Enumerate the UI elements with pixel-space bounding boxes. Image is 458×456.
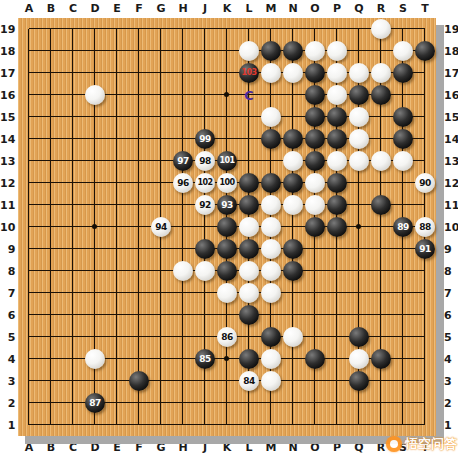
intersection-M8[interactable] — [260, 260, 282, 282]
intersection-K10[interactable] — [216, 216, 238, 238]
intersection-D11[interactable] — [84, 194, 106, 216]
intersection-H12[interactable]: 96 — [172, 172, 194, 194]
intersection-S15[interactable] — [392, 106, 414, 128]
intersection-Q14[interactable] — [348, 128, 370, 150]
intersection-F2[interactable] — [128, 392, 150, 414]
intersection-L13[interactable] — [238, 150, 260, 172]
intersection-C16[interactable] — [62, 84, 84, 106]
intersection-D10[interactable] — [84, 216, 106, 238]
intersection-Q10[interactable] — [348, 216, 370, 238]
intersection-C9[interactable] — [62, 238, 84, 260]
intersection-T12[interactable]: 90 — [414, 172, 436, 194]
intersection-D4[interactable] — [84, 348, 106, 370]
intersection-E19[interactable] — [106, 18, 128, 40]
intersection-F4[interactable] — [128, 348, 150, 370]
intersection-C3[interactable] — [62, 370, 84, 392]
intersection-T18[interactable] — [414, 40, 436, 62]
intersection-O5[interactable] — [304, 326, 326, 348]
intersection-A19[interactable] — [18, 18, 40, 40]
intersection-B10[interactable] — [40, 216, 62, 238]
intersection-B19[interactable] — [40, 18, 62, 40]
intersection-Q15[interactable] — [348, 106, 370, 128]
intersection-K18[interactable] — [216, 40, 238, 62]
intersection-S13[interactable] — [392, 150, 414, 172]
intersection-E7[interactable] — [106, 282, 128, 304]
intersection-H13[interactable]: 97 — [172, 150, 194, 172]
intersection-A9[interactable] — [18, 238, 40, 260]
intersection-P11[interactable] — [326, 194, 348, 216]
intersection-L17[interactable]: 103 — [238, 62, 260, 84]
intersection-T5[interactable] — [414, 326, 436, 348]
intersection-S14[interactable] — [392, 128, 414, 150]
intersection-C14[interactable] — [62, 128, 84, 150]
intersection-R19[interactable] — [370, 18, 392, 40]
intersection-T9[interactable]: 91 — [414, 238, 436, 260]
intersection-J17[interactable] — [194, 62, 216, 84]
intersection-L1[interactable] — [238, 414, 260, 436]
intersection-R18[interactable] — [370, 40, 392, 62]
intersection-E1[interactable] — [106, 414, 128, 436]
intersection-D8[interactable] — [84, 260, 106, 282]
intersection-N12[interactable] — [282, 172, 304, 194]
intersection-B17[interactable] — [40, 62, 62, 84]
intersection-E4[interactable] — [106, 348, 128, 370]
intersection-F15[interactable] — [128, 106, 150, 128]
intersection-C17[interactable] — [62, 62, 84, 84]
intersection-S4[interactable] — [392, 348, 414, 370]
intersection-P2[interactable] — [326, 392, 348, 414]
intersection-G6[interactable] — [150, 304, 172, 326]
intersection-B3[interactable] — [40, 370, 62, 392]
intersection-L7[interactable] — [238, 282, 260, 304]
intersection-S5[interactable] — [392, 326, 414, 348]
intersection-A18[interactable] — [18, 40, 40, 62]
intersection-A12[interactable] — [18, 172, 40, 194]
intersection-L6[interactable] — [238, 304, 260, 326]
intersection-Q17[interactable] — [348, 62, 370, 84]
intersection-R12[interactable] — [370, 172, 392, 194]
intersection-E15[interactable] — [106, 106, 128, 128]
intersection-J11[interactable]: 92 — [194, 194, 216, 216]
intersection-S11[interactable] — [392, 194, 414, 216]
intersection-N14[interactable] — [282, 128, 304, 150]
intersection-J16[interactable] — [194, 84, 216, 106]
intersection-A15[interactable] — [18, 106, 40, 128]
intersection-J6[interactable] — [194, 304, 216, 326]
intersection-D13[interactable] — [84, 150, 106, 172]
intersection-S2[interactable] — [392, 392, 414, 414]
intersection-H4[interactable] — [172, 348, 194, 370]
intersection-E11[interactable] — [106, 194, 128, 216]
intersection-B14[interactable] — [40, 128, 62, 150]
intersection-S17[interactable] — [392, 62, 414, 84]
intersection-B11[interactable] — [40, 194, 62, 216]
intersection-R14[interactable] — [370, 128, 392, 150]
intersection-D18[interactable] — [84, 40, 106, 62]
intersection-S1[interactable] — [392, 414, 414, 436]
intersection-S16[interactable] — [392, 84, 414, 106]
intersection-F8[interactable] — [128, 260, 150, 282]
intersection-B16[interactable] — [40, 84, 62, 106]
intersection-N11[interactable] — [282, 194, 304, 216]
intersection-G12[interactable] — [150, 172, 172, 194]
intersection-K8[interactable] — [216, 260, 238, 282]
intersection-R11[interactable] — [370, 194, 392, 216]
intersection-B15[interactable] — [40, 106, 62, 128]
intersection-D15[interactable] — [84, 106, 106, 128]
intersection-Q12[interactable] — [348, 172, 370, 194]
intersection-L18[interactable] — [238, 40, 260, 62]
intersection-E13[interactable] — [106, 150, 128, 172]
intersection-A10[interactable] — [18, 216, 40, 238]
intersection-K12[interactable]: 100 — [216, 172, 238, 194]
intersection-B12[interactable] — [40, 172, 62, 194]
intersection-G5[interactable] — [150, 326, 172, 348]
intersection-F7[interactable] — [128, 282, 150, 304]
intersection-M19[interactable] — [260, 18, 282, 40]
intersection-T17[interactable] — [414, 62, 436, 84]
intersection-M11[interactable] — [260, 194, 282, 216]
intersection-P10[interactable] — [326, 216, 348, 238]
intersection-O12[interactable] — [304, 172, 326, 194]
intersection-N3[interactable] — [282, 370, 304, 392]
intersection-J3[interactable] — [194, 370, 216, 392]
intersection-Q7[interactable] — [348, 282, 370, 304]
intersection-B18[interactable] — [40, 40, 62, 62]
intersection-G13[interactable] — [150, 150, 172, 172]
intersection-L15[interactable] — [238, 106, 260, 128]
intersection-O8[interactable] — [304, 260, 326, 282]
intersection-H10[interactable] — [172, 216, 194, 238]
intersection-O14[interactable] — [304, 128, 326, 150]
intersection-Q6[interactable] — [348, 304, 370, 326]
intersection-G7[interactable] — [150, 282, 172, 304]
intersection-T2[interactable] — [414, 392, 436, 414]
intersection-H17[interactable] — [172, 62, 194, 84]
intersection-O11[interactable] — [304, 194, 326, 216]
intersection-A2[interactable] — [18, 392, 40, 414]
intersection-O18[interactable] — [304, 40, 326, 62]
intersection-O3[interactable] — [304, 370, 326, 392]
intersection-Q2[interactable] — [348, 392, 370, 414]
intersection-B1[interactable] — [40, 414, 62, 436]
intersection-N10[interactable] — [282, 216, 304, 238]
intersection-T11[interactable] — [414, 194, 436, 216]
intersection-D1[interactable] — [84, 414, 106, 436]
intersection-H11[interactable] — [172, 194, 194, 216]
intersection-J12[interactable]: 102 — [194, 172, 216, 194]
intersection-G17[interactable] — [150, 62, 172, 84]
intersection-M10[interactable] — [260, 216, 282, 238]
intersection-Q19[interactable] — [348, 18, 370, 40]
intersection-N1[interactable] — [282, 414, 304, 436]
intersection-J2[interactable] — [194, 392, 216, 414]
intersection-O6[interactable] — [304, 304, 326, 326]
intersection-M15[interactable] — [260, 106, 282, 128]
intersection-A1[interactable] — [18, 414, 40, 436]
intersection-F13[interactable] — [128, 150, 150, 172]
intersection-M18[interactable] — [260, 40, 282, 62]
intersection-K16[interactable] — [216, 84, 238, 106]
intersection-C12[interactable] — [62, 172, 84, 194]
intersection-L10[interactable] — [238, 216, 260, 238]
intersection-A13[interactable] — [18, 150, 40, 172]
intersection-M7[interactable] — [260, 282, 282, 304]
intersection-M14[interactable] — [260, 128, 282, 150]
intersection-B4[interactable] — [40, 348, 62, 370]
intersection-M4[interactable] — [260, 348, 282, 370]
intersection-T7[interactable] — [414, 282, 436, 304]
intersection-C1[interactable] — [62, 414, 84, 436]
intersection-E16[interactable] — [106, 84, 128, 106]
intersection-T8[interactable] — [414, 260, 436, 282]
intersection-Q13[interactable] — [348, 150, 370, 172]
intersection-P14[interactable] — [326, 128, 348, 150]
intersection-A5[interactable] — [18, 326, 40, 348]
intersection-E6[interactable] — [106, 304, 128, 326]
intersection-Q8[interactable] — [348, 260, 370, 282]
intersection-K7[interactable] — [216, 282, 238, 304]
intersection-G10[interactable]: 94 — [150, 216, 172, 238]
intersection-H3[interactable] — [172, 370, 194, 392]
intersection-O7[interactable] — [304, 282, 326, 304]
intersection-G15[interactable] — [150, 106, 172, 128]
intersection-L16[interactable]: C — [238, 84, 260, 106]
intersection-L12[interactable] — [238, 172, 260, 194]
intersection-Q16[interactable] — [348, 84, 370, 106]
intersection-G19[interactable] — [150, 18, 172, 40]
intersection-C2[interactable] — [62, 392, 84, 414]
intersection-S10[interactable]: 89 — [392, 216, 414, 238]
intersection-D17[interactable] — [84, 62, 106, 84]
intersection-N4[interactable] — [282, 348, 304, 370]
intersection-T3[interactable] — [414, 370, 436, 392]
intersection-G8[interactable] — [150, 260, 172, 282]
intersection-P13[interactable] — [326, 150, 348, 172]
intersection-K2[interactable] — [216, 392, 238, 414]
intersection-C18[interactable] — [62, 40, 84, 62]
intersection-H8[interactable] — [172, 260, 194, 282]
intersection-D3[interactable] — [84, 370, 106, 392]
intersection-P19[interactable] — [326, 18, 348, 40]
intersection-T6[interactable] — [414, 304, 436, 326]
intersection-H6[interactable] — [172, 304, 194, 326]
intersection-P4[interactable] — [326, 348, 348, 370]
intersection-J8[interactable] — [194, 260, 216, 282]
intersection-C6[interactable] — [62, 304, 84, 326]
intersection-E5[interactable] — [106, 326, 128, 348]
intersection-A14[interactable] — [18, 128, 40, 150]
intersection-G4[interactable] — [150, 348, 172, 370]
intersection-D12[interactable] — [84, 172, 106, 194]
intersection-O1[interactable] — [304, 414, 326, 436]
intersection-K3[interactable] — [216, 370, 238, 392]
intersection-H16[interactable] — [172, 84, 194, 106]
intersection-A11[interactable] — [18, 194, 40, 216]
intersection-R16[interactable] — [370, 84, 392, 106]
intersection-F6[interactable] — [128, 304, 150, 326]
intersection-C4[interactable] — [62, 348, 84, 370]
intersection-P9[interactable] — [326, 238, 348, 260]
intersection-J18[interactable] — [194, 40, 216, 62]
intersection-O16[interactable] — [304, 84, 326, 106]
intersection-N2[interactable] — [282, 392, 304, 414]
intersection-Q18[interactable] — [348, 40, 370, 62]
intersection-N13[interactable] — [282, 150, 304, 172]
intersection-Q9[interactable] — [348, 238, 370, 260]
intersection-F9[interactable] — [128, 238, 150, 260]
intersection-O13[interactable] — [304, 150, 326, 172]
intersection-P6[interactable] — [326, 304, 348, 326]
intersection-A3[interactable] — [18, 370, 40, 392]
intersection-N5[interactable] — [282, 326, 304, 348]
intersection-B9[interactable] — [40, 238, 62, 260]
intersection-H2[interactable] — [172, 392, 194, 414]
intersection-S8[interactable] — [392, 260, 414, 282]
intersection-N15[interactable] — [282, 106, 304, 128]
intersection-N6[interactable] — [282, 304, 304, 326]
intersection-F5[interactable] — [128, 326, 150, 348]
intersection-M17[interactable] — [260, 62, 282, 84]
intersection-H15[interactable] — [172, 106, 194, 128]
intersection-J7[interactable] — [194, 282, 216, 304]
intersection-J4[interactable]: 85 — [194, 348, 216, 370]
intersection-O4[interactable] — [304, 348, 326, 370]
intersection-G16[interactable] — [150, 84, 172, 106]
intersection-J1[interactable] — [194, 414, 216, 436]
intersection-A16[interactable] — [18, 84, 40, 106]
intersection-C19[interactable] — [62, 18, 84, 40]
intersection-D14[interactable] — [84, 128, 106, 150]
intersection-K5[interactable]: 86 — [216, 326, 238, 348]
intersection-M1[interactable] — [260, 414, 282, 436]
intersection-C15[interactable] — [62, 106, 84, 128]
intersection-D2[interactable]: 87 — [84, 392, 106, 414]
intersection-Q5[interactable] — [348, 326, 370, 348]
intersection-K17[interactable] — [216, 62, 238, 84]
intersection-J19[interactable] — [194, 18, 216, 40]
intersection-P3[interactable] — [326, 370, 348, 392]
intersection-S7[interactable] — [392, 282, 414, 304]
intersection-L9[interactable] — [238, 238, 260, 260]
intersection-T10[interactable]: 88 — [414, 216, 436, 238]
intersection-L14[interactable] — [238, 128, 260, 150]
intersection-L5[interactable] — [238, 326, 260, 348]
intersection-Q11[interactable] — [348, 194, 370, 216]
intersection-S12[interactable] — [392, 172, 414, 194]
intersection-A17[interactable] — [18, 62, 40, 84]
intersection-F12[interactable] — [128, 172, 150, 194]
intersection-Q4[interactable] — [348, 348, 370, 370]
intersection-A7[interactable] — [18, 282, 40, 304]
intersection-A8[interactable] — [18, 260, 40, 282]
intersection-A4[interactable] — [18, 348, 40, 370]
intersection-L8[interactable] — [238, 260, 260, 282]
intersection-S9[interactable] — [392, 238, 414, 260]
intersection-F11[interactable] — [128, 194, 150, 216]
intersection-F10[interactable] — [128, 216, 150, 238]
intersection-S18[interactable] — [392, 40, 414, 62]
intersection-E2[interactable] — [106, 392, 128, 414]
intersection-M6[interactable] — [260, 304, 282, 326]
intersection-N19[interactable] — [282, 18, 304, 40]
intersection-R8[interactable] — [370, 260, 392, 282]
intersection-H9[interactable] — [172, 238, 194, 260]
intersection-J9[interactable] — [194, 238, 216, 260]
intersection-C11[interactable] — [62, 194, 84, 216]
intersection-B6[interactable] — [40, 304, 62, 326]
intersection-J13[interactable]: 98 — [194, 150, 216, 172]
intersection-R2[interactable] — [370, 392, 392, 414]
intersection-C8[interactable] — [62, 260, 84, 282]
intersection-H1[interactable] — [172, 414, 194, 436]
intersection-P15[interactable] — [326, 106, 348, 128]
intersection-R15[interactable] — [370, 106, 392, 128]
intersection-K13[interactable]: 101 — [216, 150, 238, 172]
intersection-L19[interactable] — [238, 18, 260, 40]
intersection-H5[interactable] — [172, 326, 194, 348]
intersection-N8[interactable] — [282, 260, 304, 282]
intersection-G3[interactable] — [150, 370, 172, 392]
intersection-D7[interactable] — [84, 282, 106, 304]
intersection-P8[interactable] — [326, 260, 348, 282]
intersection-D6[interactable] — [84, 304, 106, 326]
intersection-F17[interactable] — [128, 62, 150, 84]
intersection-P5[interactable] — [326, 326, 348, 348]
intersection-P17[interactable] — [326, 62, 348, 84]
intersection-T15[interactable] — [414, 106, 436, 128]
intersection-L2[interactable] — [238, 392, 260, 414]
intersection-C10[interactable] — [62, 216, 84, 238]
intersection-D16[interactable] — [84, 84, 106, 106]
intersection-N17[interactable] — [282, 62, 304, 84]
intersection-Q3[interactable] — [348, 370, 370, 392]
intersection-G9[interactable] — [150, 238, 172, 260]
intersection-H18[interactable] — [172, 40, 194, 62]
intersection-H19[interactable] — [172, 18, 194, 40]
intersection-L4[interactable] — [238, 348, 260, 370]
intersection-N9[interactable] — [282, 238, 304, 260]
intersection-O10[interactable] — [304, 216, 326, 238]
intersection-B13[interactable] — [40, 150, 62, 172]
intersection-R7[interactable] — [370, 282, 392, 304]
intersection-R9[interactable] — [370, 238, 392, 260]
intersection-L11[interactable] — [238, 194, 260, 216]
intersection-J14[interactable]: 99 — [194, 128, 216, 150]
intersection-S6[interactable] — [392, 304, 414, 326]
intersection-C13[interactable] — [62, 150, 84, 172]
intersection-G11[interactable] — [150, 194, 172, 216]
intersection-T16[interactable] — [414, 84, 436, 106]
intersection-E12[interactable] — [106, 172, 128, 194]
intersection-G1[interactable] — [150, 414, 172, 436]
intersection-T1[interactable] — [414, 414, 436, 436]
intersection-D19[interactable] — [84, 18, 106, 40]
intersection-T14[interactable] — [414, 128, 436, 150]
intersection-B7[interactable] — [40, 282, 62, 304]
intersection-O15[interactable] — [304, 106, 326, 128]
intersection-K15[interactable] — [216, 106, 238, 128]
intersection-R1[interactable] — [370, 414, 392, 436]
intersection-E3[interactable] — [106, 370, 128, 392]
intersection-P18[interactable] — [326, 40, 348, 62]
intersection-E9[interactable] — [106, 238, 128, 260]
intersection-M16[interactable] — [260, 84, 282, 106]
intersection-K9[interactable] — [216, 238, 238, 260]
intersection-M5[interactable] — [260, 326, 282, 348]
intersection-A6[interactable] — [18, 304, 40, 326]
intersection-O19[interactable] — [304, 18, 326, 40]
